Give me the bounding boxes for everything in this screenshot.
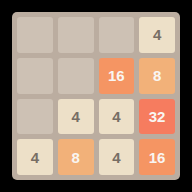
tile-16-r4c4: 16 [139, 139, 175, 175]
tile-16-r2c3: 16 [99, 58, 135, 94]
tile-4-r4c3: 4 [99, 139, 135, 175]
tile-4-r1c4: 4 [139, 17, 175, 53]
empty-cell-r1c1 [17, 17, 53, 53]
tile-8-r2c4: 8 [139, 58, 175, 94]
tile-4-r3c3: 4 [99, 99, 135, 135]
empty-cell-r1c3 [99, 17, 135, 53]
tile-4-r3c2: 4 [58, 99, 94, 135]
tile-32-r3c4: 32 [139, 99, 175, 135]
empty-cell-r3c1 [17, 99, 53, 135]
empty-cell-r1c2 [58, 17, 94, 53]
tile-4-r4c1: 4 [17, 139, 53, 175]
empty-cell-r2c1 [17, 58, 53, 94]
tile-8-r4c2: 8 [58, 139, 94, 175]
empty-cell-r2c2 [58, 58, 94, 94]
board-2048[interactable]: 4168443248416 [12, 12, 180, 180]
